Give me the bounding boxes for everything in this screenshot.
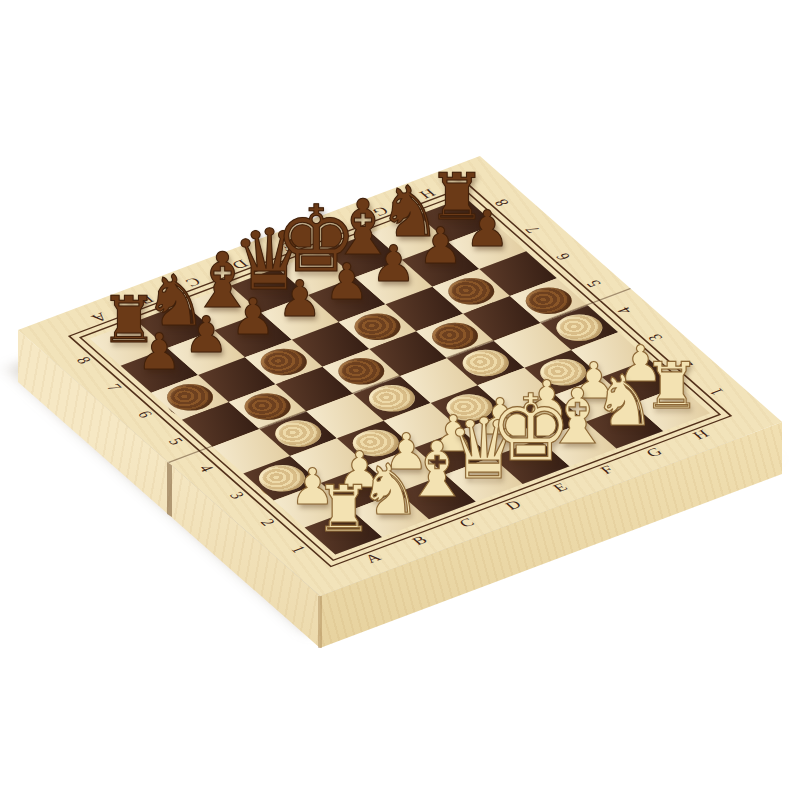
piece-black-pawn-d7[interactable]: ♟ [278,274,323,324]
piece-black-pawn-h7[interactable]: ♟ [465,204,510,254]
piece-black-pawn-f7[interactable]: ♟ [371,239,416,289]
piece-black-pawn-e7[interactable]: ♟ [324,257,369,307]
chess-pieces: ♜♞♝♛♚♝♞♜♟♟♟♟♟♟♟♟♟♟♟♟♟♟♟♟♜♞♝♛♚♝♞♜ [0,0,800,800]
piece-black-pawn-a7[interactable]: ♟ [137,327,182,377]
piece-white-rook-h1[interactable]: ♜ [643,354,700,418]
product-photo-scene: AA11BB22CC33DD44EE55FF66GG77HH88 ♜♞♝♛♚♝♞… [0,0,800,800]
piece-black-pawn-c7[interactable]: ♟ [231,292,276,342]
piece-black-pawn-g7[interactable]: ♟ [418,221,463,271]
piece-black-pawn-b7[interactable]: ♟ [184,310,229,360]
